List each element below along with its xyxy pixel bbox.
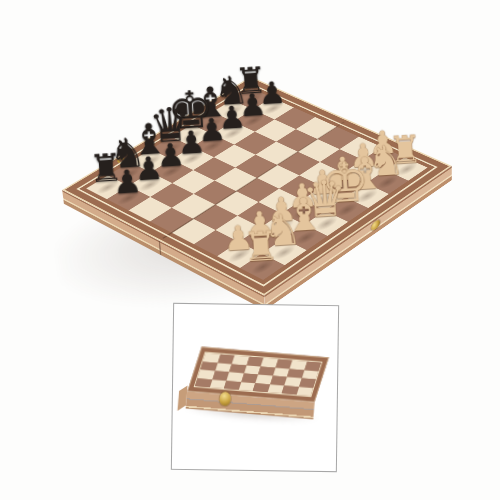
piece-glyph: ♜	[218, 224, 305, 269]
brass-latch-icon	[371, 219, 380, 233]
inset-thumbnail-frame	[171, 303, 339, 472]
piece-glyph: ♟	[86, 163, 168, 200]
pieces-layer: ♜♞♝♛♚♝♞♜♟♟♟♟♟♟♟♟♟♟♟♟♟♟♟♟♜♞♝♛♚♝♞♜	[86, 88, 428, 280]
brass-clasp-icon	[219, 391, 231, 406]
chess-board: ♜♞♝♛♚♝♞♜♟♟♟♟♟♟♟♟♟♟♟♟♟♟♟♟♜♞♝♛♚♝♞♜	[62, 77, 452, 296]
box-lid-square	[296, 386, 313, 396]
folded-box-checkerboard	[194, 352, 323, 397]
folded-chess-box	[186, 346, 319, 419]
product-image-canvas: { "game": "chess", "position": "rnbqkbnr…	[0, 0, 500, 500]
board-surface: ♜♞♝♛♚♝♞♜♟♟♟♟♟♟♟♟♟♟♟♟♟♟♟♟♜♞♝♛♚♝♞♜	[62, 77, 452, 296]
fold-seam-side	[159, 240, 162, 255]
